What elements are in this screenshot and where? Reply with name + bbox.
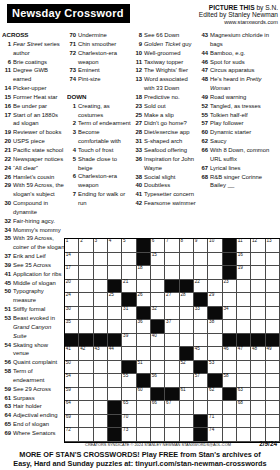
cell-r8c11[interactable] [208, 334, 222, 348]
cell-r10c15[interactable] [266, 361, 280, 375]
clue-number: 19 [2, 128, 13, 137]
cell-r15c13[interactable] [237, 428, 251, 442]
cell-r3c14[interactable] [251, 266, 265, 280]
cell-r14c14[interactable] [251, 415, 265, 429]
cell-r1c13[interactable]: 11 [237, 239, 251, 253]
cell-r7c12[interactable] [223, 320, 237, 334]
cell-r12c1[interactable]: 59 [65, 388, 79, 402]
grid-number-71: 71 [209, 415, 214, 420]
grid-number-57: 57 [195, 374, 200, 379]
cell-r8c9[interactable] [180, 334, 194, 348]
cell-r13c13[interactable]: 68 [237, 401, 251, 415]
clue-number: 53 [2, 314, 13, 341]
clue-number: 42 [133, 199, 144, 208]
cell-r13c9[interactable] [180, 401, 194, 415]
grid-number-2: 2 [80, 239, 83, 244]
clue-number: 63 [2, 402, 13, 411]
cell-r14c12[interactable] [223, 415, 237, 429]
cell-r7c3[interactable] [94, 320, 108, 334]
cell-r5c3[interactable] [94, 293, 108, 307]
cell-r2c11[interactable] [208, 253, 222, 267]
clue-text: Well-groomed [144, 49, 198, 58]
cell-r4c13[interactable] [237, 280, 251, 294]
cell-r9c14[interactable]: 48 [251, 347, 265, 361]
cell-r2c14[interactable] [251, 253, 265, 267]
cell-r14c2[interactable] [79, 415, 93, 429]
cell-r3c4[interactable] [108, 266, 122, 280]
clue-number: 13 [133, 75, 144, 93]
cell-r11c9[interactable] [180, 374, 194, 388]
clue-number: 50 [2, 287, 13, 305]
clue-down-18: 18Predictive no. [133, 93, 198, 102]
cell-r5c14[interactable] [251, 293, 265, 307]
clue-text: End of slogan [13, 420, 65, 429]
cell-r3c15[interactable] [266, 266, 280, 280]
cell-r1c1[interactable]: 1 [65, 239, 79, 253]
clue-number: 73 [67, 66, 78, 75]
cell-r9c15[interactable]: 49 [266, 347, 280, 361]
cell-r13c1[interactable]: 64 [65, 401, 79, 415]
cell-r2c13[interactable]: 16 [237, 253, 251, 267]
cell-r6c4[interactable] [108, 307, 122, 321]
block-r7c7 [151, 320, 165, 334]
cell-r13c14[interactable] [251, 401, 265, 415]
cell-r12c10[interactable] [194, 388, 208, 402]
clue-number: 1 [2, 40, 13, 58]
cell-r11c3[interactable] [94, 374, 108, 388]
cell-r2c15[interactable] [266, 253, 280, 267]
clue-down-13: 13Word associated with 33 Down [133, 75, 198, 93]
cell-r13c12[interactable] [223, 401, 237, 415]
cell-r9c8[interactable] [165, 347, 179, 361]
clue-number: 47 [199, 66, 210, 75]
cell-r5c12[interactable] [223, 293, 237, 307]
cell-r9c2[interactable]: 42 [79, 347, 93, 361]
cell-r11c14[interactable] [251, 374, 265, 388]
cell-r15c1[interactable]: 72 [65, 428, 79, 442]
cell-r3c5[interactable] [122, 266, 136, 280]
cell-r5c4[interactable]: 25 [108, 293, 122, 307]
clue-number: 72 [67, 49, 78, 67]
clue-down-4: 4Touch of frost [67, 146, 131, 155]
cell-r1c8[interactable]: 7 [165, 239, 179, 253]
clue-text: Play follower [210, 119, 279, 128]
cell-r14c8[interactable] [165, 415, 179, 429]
clue-down-38: 38Social slight [133, 173, 198, 182]
block-r8c13 [237, 334, 251, 348]
clue-number: 61 [2, 394, 13, 403]
block-r8c15 [266, 334, 280, 348]
clue-text: See 29 Across [13, 385, 65, 394]
cell-r14c15[interactable] [266, 415, 280, 429]
cell-r7c10[interactable] [194, 320, 208, 334]
cell-r13c8[interactable]: 67 [165, 401, 179, 415]
cell-r6c9[interactable] [180, 307, 194, 321]
cell-r15c5[interactable]: 73 [122, 428, 136, 442]
puzzle-byline: by S.N. [255, 4, 278, 11]
cell-r2c3[interactable] [94, 253, 108, 267]
cell-r11c1[interactable]: 54 [65, 374, 79, 388]
cell-r13c11[interactable] [208, 401, 222, 415]
cell-r4c5[interactable]: 21 [122, 280, 136, 294]
cell-r10c3[interactable] [94, 361, 108, 375]
cell-r9c1[interactable]: 41 [65, 347, 79, 361]
cell-r1c5[interactable]: 5 [122, 239, 136, 253]
cell-r5c8[interactable]: 27 [165, 293, 179, 307]
clue-number: 4 [67, 146, 78, 155]
block-r8c4 [108, 334, 122, 348]
clue-number: 28 [133, 128, 144, 137]
cell-r6c13[interactable] [237, 307, 251, 321]
cell-r1c10[interactable]: 9 [194, 239, 208, 253]
clue-text: Surpass [13, 394, 65, 403]
cell-r1c14[interactable]: 12 [251, 239, 265, 253]
grid-number-22: 22 [195, 280, 200, 285]
clue-down-43: 43Magnesium chloride in bags [199, 31, 279, 49]
cell-r10c2[interactable] [79, 361, 93, 375]
cell-r1c2[interactable]: 2 [79, 239, 93, 253]
clue-number: 5 [67, 155, 78, 173]
cell-r7c4[interactable] [108, 320, 122, 334]
cell-r11c12[interactable]: 58 [223, 374, 237, 388]
cell-r8c8[interactable] [165, 334, 179, 348]
cell-r3c7[interactable] [151, 266, 165, 280]
cell-r4c14[interactable] [251, 280, 265, 294]
cell-r11c7[interactable]: 56 [151, 374, 165, 388]
cell-r7c5[interactable] [122, 320, 136, 334]
cell-r2c5[interactable] [122, 253, 136, 267]
cell-r4c3[interactable] [94, 280, 108, 294]
cell-r2c9[interactable] [180, 253, 194, 267]
cell-r12c14[interactable] [251, 388, 265, 402]
cell-r10c14[interactable] [251, 361, 265, 375]
cell-r3c6[interactable]: 18 [137, 266, 151, 280]
grid-number-64: 64 [66, 401, 71, 406]
cell-r15c8[interactable] [165, 428, 179, 442]
cell-r12c6[interactable]: 60 [137, 388, 151, 402]
cell-r4c6[interactable] [137, 280, 151, 294]
cell-r3c9[interactable] [180, 266, 194, 280]
clue-text: Reviewer of books [13, 128, 65, 137]
cell-r4c1[interactable]: 20 [65, 280, 79, 294]
clue-text: Shade close to beige [78, 155, 131, 173]
cell-r3c8[interactable] [165, 266, 179, 280]
cell-r12c4[interactable] [108, 388, 122, 402]
cell-r1c4[interactable]: 4 [108, 239, 122, 253]
cell-r12c13[interactable]: 63 [237, 388, 251, 402]
cell-r4c12[interactable]: 23 [223, 280, 237, 294]
cell-r15c3[interactable] [94, 428, 108, 442]
cell-r6c7[interactable]: 32 [151, 307, 165, 321]
cell-r9c7[interactable] [151, 347, 165, 361]
grid-number-7: 7 [166, 239, 169, 244]
cell-r7c15[interactable] [266, 320, 280, 334]
clue-across-19: 19Reviewer of books [2, 128, 65, 137]
clue-text: Dynamic starter [210, 128, 279, 137]
crossword-grid: 1234567891011121314151617181920212223242… [64, 238, 280, 443]
clue-list-header-across: ACROSS [2, 31, 65, 40]
clue-across-59: 59See 29 Across [2, 385, 65, 394]
website-link[interactable]: www.stanxwords.com [199, 19, 278, 26]
cell-r4c7[interactable] [151, 280, 165, 294]
cell-r13c10[interactable] [194, 401, 208, 415]
clue-number: 46 [199, 58, 210, 67]
clue-down-46: 46Spot for suds [199, 58, 279, 67]
cell-r14c11[interactable]: 71 [208, 415, 222, 429]
cell-r5c1[interactable]: 24 [65, 293, 79, 307]
cell-r9c11[interactable] [208, 347, 222, 361]
clue-down-36: 36Inspiration for John Wayne [133, 155, 198, 173]
cell-r5c13[interactable] [237, 293, 251, 307]
clue-number: 68 [199, 173, 210, 191]
block-r5c10 [194, 293, 208, 307]
cell-r11c15[interactable] [266, 374, 280, 388]
clue-across-45: 45Middle of slogan [2, 279, 65, 288]
cell-r10c12[interactable] [223, 361, 237, 375]
cell-r2c7[interactable]: 15 [151, 253, 165, 267]
cell-r15c12[interactable] [223, 428, 237, 442]
clue-number: 70 [67, 31, 78, 40]
block-r3c12 [223, 266, 237, 280]
grid-number-23: 23 [223, 280, 228, 285]
clue-text: Term of endearment [13, 367, 65, 385]
cell-r12c11[interactable]: 62 [208, 388, 222, 402]
masthead-text: Newsday Crossword [12, 7, 124, 19]
cell-r11c10[interactable]: 57 [194, 374, 208, 388]
clue-text: Ending for walk or run [78, 190, 131, 208]
clue-across-71: 71Chin smoother [67, 40, 131, 49]
clue-number: 55 [199, 111, 210, 120]
crossword-page: Newsday Crossword PICTURE THIS by S.N. E… [0, 0, 280, 470]
cell-r3c10[interactable] [194, 266, 208, 280]
cell-r7c6[interactable]: 36 [137, 320, 151, 334]
cell-r11c4[interactable] [108, 374, 122, 388]
cell-r5c11[interactable]: 29 [208, 293, 222, 307]
grid-number-29: 29 [209, 293, 214, 298]
promo-line-2[interactable]: Easy, Hard and Sunday puzzles at: tinyur… [0, 459, 280, 468]
cell-r3c13[interactable]: 19 [237, 266, 251, 280]
cell-r6c2[interactable] [79, 307, 93, 321]
clue-down-1: 1Creating, as costumes [67, 102, 131, 120]
cell-r9c12[interactable]: 46 [223, 347, 237, 361]
cell-r2c4[interactable] [108, 253, 122, 267]
cell-r10c4[interactable] [108, 361, 122, 375]
clue-text: Hamlet's cousin [13, 173, 65, 182]
cell-r7c2[interactable] [79, 320, 93, 334]
grid-number-42: 42 [80, 347, 85, 352]
cell-r14c5[interactable]: 70 [122, 415, 136, 429]
clue-text: Where Senators meet Sharks [13, 429, 65, 439]
grid-number-3: 3 [94, 239, 97, 244]
clue-number: 44 [199, 49, 210, 58]
cell-r2c2[interactable] [79, 253, 93, 267]
cell-r13c7[interactable]: 66 [151, 401, 165, 415]
clue-number: 3 [67, 128, 78, 146]
clue-across-34: 34Mommy's mommy [2, 226, 65, 235]
cell-r7c14[interactable] [251, 320, 265, 334]
cell-r2c10[interactable] [194, 253, 208, 267]
cell-r12c15[interactable] [266, 388, 280, 402]
newsday-masthead: Newsday Crossword [7, 4, 130, 23]
grid-number-28: 28 [180, 293, 185, 298]
cell-r14c13[interactable] [237, 415, 251, 429]
cell-r10c1[interactable]: 50 [65, 361, 79, 375]
cell-r13c15[interactable] [266, 401, 280, 415]
cell-r10c9[interactable]: 52 [180, 361, 194, 375]
grid-number-60: 60 [137, 388, 142, 393]
grid-number-46: 46 [223, 347, 228, 352]
grid-number-20: 20 [66, 280, 71, 285]
cell-r8c6[interactable] [137, 334, 151, 348]
clue-down-42: 42Fearsome swimmer [133, 199, 198, 208]
clue-across-15: 15Former Heat star [2, 93, 65, 102]
cell-r1c15[interactable]: 13 [266, 239, 280, 253]
cell-r15c6[interactable] [137, 428, 151, 442]
grid-number-21: 21 [123, 280, 128, 285]
cell-r4c2[interactable] [79, 280, 93, 294]
cell-r1c11[interactable]: 10 [208, 239, 222, 253]
cell-r8c7[interactable]: 40 [151, 334, 165, 348]
cell-r7c13[interactable] [237, 320, 251, 334]
cell-r7c8[interactable]: 37 [165, 320, 179, 334]
clue-number: 36 [133, 155, 144, 173]
cell-r9c3[interactable]: 43 [94, 347, 108, 361]
cell-r6c12[interactable]: 34 [223, 307, 237, 321]
cell-r12c3[interactable] [94, 388, 108, 402]
cell-r12c9[interactable]: 61 [180, 388, 194, 402]
cell-r7c9[interactable] [180, 320, 194, 334]
cell-r3c11[interactable] [208, 266, 222, 280]
cell-r9c13[interactable]: 47 [237, 347, 251, 361]
cell-r10c8[interactable] [165, 361, 179, 375]
cell-r4c15[interactable] [266, 280, 280, 294]
clue-text: S-shaped arch [144, 137, 198, 146]
cell-r5c9[interactable]: 28 [180, 293, 194, 307]
cell-r8c10[interactable] [194, 334, 208, 348]
cell-r13c3[interactable] [94, 401, 108, 415]
clue-number: 30 [2, 199, 13, 217]
cell-r1c3[interactable]: 3 [94, 239, 108, 253]
cell-r10c11[interactable]: 53 [208, 361, 222, 375]
clue-text: Tolkien half-elf [210, 111, 279, 120]
clue-down-66: 66With 8 Down, common URL suffix [199, 146, 279, 164]
clue-down-68: 68R&B singer Corinne Bailey __ [199, 173, 279, 191]
cell-r12c2[interactable] [79, 388, 93, 402]
cell-r11c2[interactable] [79, 374, 93, 388]
cell-r6c1[interactable]: 30 [65, 307, 79, 321]
clue-text: With 8 Down, common URL suffix [210, 146, 279, 164]
block-r10c10 [194, 361, 208, 375]
cell-r3c1[interactable]: 17 [65, 266, 79, 280]
clue-across-70: 70Undermine [67, 31, 131, 40]
clue-down-57: 57Play follower [199, 119, 279, 128]
clue-across-73: 73Eminent [67, 66, 131, 75]
cell-r4c11[interactable] [208, 280, 222, 294]
cell-r15c2[interactable] [79, 428, 93, 442]
cell-r9c6[interactable] [137, 347, 151, 361]
clue-across-69: 69Where Senators meet Sharks [2, 429, 65, 439]
clue-down-67: 67Lyrical lines [199, 164, 279, 173]
cell-r6c3[interactable] [94, 307, 108, 321]
cell-r2c8[interactable] [165, 253, 179, 267]
cell-r13c2[interactable] [79, 401, 93, 415]
cell-r7c11[interactable]: 38 [208, 320, 222, 334]
grid-number-55: 55 [123, 374, 128, 379]
grid-number-73: 73 [123, 428, 128, 433]
grid-number-38: 38 [209, 320, 214, 325]
cell-r6c15[interactable] [266, 307, 280, 321]
block-r12c7 [151, 388, 165, 402]
block-r1c6 [137, 239, 151, 253]
cell-r9c5[interactable] [122, 347, 136, 361]
grid-number-15: 15 [152, 253, 157, 258]
cell-r5c2[interactable] [79, 293, 93, 307]
cell-r14c7[interactable] [151, 415, 165, 429]
cell-r11c13[interactable] [237, 374, 251, 388]
cell-r10c13[interactable] [237, 361, 251, 375]
clue-down-49: 49Road warning [199, 93, 279, 102]
clue-number: 56 [2, 358, 13, 367]
cell-r1c7[interactable]: 6 [151, 239, 165, 253]
cell-r10c7[interactable] [151, 361, 165, 375]
cell-r13c6[interactable] [137, 401, 151, 415]
grid-number-1: 1 [66, 239, 69, 244]
cell-r5c7[interactable] [151, 293, 165, 307]
grid-number-65: 65 [123, 401, 128, 406]
cell-r3c3[interactable] [94, 266, 108, 280]
clue-down-44: 44Bamboo, e.g. [199, 49, 279, 58]
cell-r14c9[interactable] [180, 415, 194, 429]
clue-down-31: 31S-shaped arch [133, 137, 198, 146]
cell-r5c6[interactable]: 26 [137, 293, 151, 307]
cell-r15c7[interactable] [151, 428, 165, 442]
clue-across-6: 6Brie coatings [2, 58, 65, 67]
cell-r12c5[interactable] [122, 388, 136, 402]
cell-r14c3[interactable] [94, 415, 108, 429]
cell-r7c1[interactable]: 35 [65, 320, 79, 334]
cell-r5c15[interactable] [266, 293, 280, 307]
clue-text: Charleston-era weapon [78, 49, 131, 67]
cell-r6c5[interactable]: 31 [122, 307, 136, 321]
clue-across-30: 30Compound in dynamite [2, 199, 65, 217]
cell-r6c14[interactable] [251, 307, 265, 321]
clue-down-10: 10Well-groomed [133, 49, 198, 58]
cell-r14c1[interactable]: 69 [65, 415, 79, 429]
cell-r6c8[interactable] [165, 307, 179, 321]
cell-r2c1[interactable]: 14 [65, 253, 79, 267]
cell-r9c4[interactable]: 44 [108, 347, 122, 361]
cell-r8c5[interactable]: 39 [122, 334, 136, 348]
block-r2c12 [223, 253, 237, 267]
grid-number-47: 47 [238, 347, 243, 352]
clue-number: 2 [67, 119, 78, 128]
clue-across-51: 51Stiffly formal [2, 305, 65, 314]
cell-r11c8[interactable] [165, 374, 179, 388]
clue-text: Quaint complaint [13, 358, 65, 367]
cell-r9c10[interactable]: 45 [194, 347, 208, 361]
cell-r1c9[interactable]: 8 [180, 239, 194, 253]
grid-number-49: 49 [266, 347, 271, 352]
cell-r3c2[interactable] [79, 266, 93, 280]
cell-r15c9[interactable] [180, 428, 194, 442]
cell-r6c10[interactable]: 33 [194, 307, 208, 321]
cell-r10c6[interactable]: 51 [137, 361, 151, 375]
cell-r11c5[interactable]: 55 [122, 374, 136, 388]
cell-r4c10[interactable]: 22 [194, 280, 208, 294]
cell-r14c6[interactable] [137, 415, 151, 429]
cell-r13c5[interactable]: 65 [122, 401, 136, 415]
cell-r15c11[interactable]: 74 [208, 428, 222, 442]
